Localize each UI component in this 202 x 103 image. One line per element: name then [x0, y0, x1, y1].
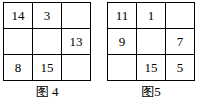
cell-r2c3: 13 [62, 29, 90, 54]
cell-r1c2: 3 [33, 3, 61, 28]
cell-r2c1: 9 [108, 29, 136, 54]
cell-r1c1: 11 [108, 3, 136, 28]
cell-r3c1 [108, 55, 136, 80]
cell-r3c2: 15 [137, 55, 165, 80]
cell-r3c2: 15 [33, 55, 61, 80]
cell-r1c1: 14 [4, 3, 32, 28]
figure5-caption: 图5 [106, 85, 196, 99]
cell-r3c1: 8 [4, 55, 32, 80]
figure5-grid: 11197155 [107, 2, 195, 81]
puzzle-figures-canvas: 14313815 11197155 图 4 图5 [0, 0, 202, 103]
cell-r2c2 [137, 29, 165, 54]
cell-r3c3 [62, 55, 90, 80]
cell-r1c2: 1 [137, 3, 165, 28]
cell-r2c3: 7 [166, 29, 194, 54]
cell-r2c2 [33, 29, 61, 54]
cell-r1c3 [166, 3, 194, 28]
cell-r2c1 [4, 29, 32, 54]
figure4-grid: 14313815 [3, 2, 91, 81]
cell-r1c3 [62, 3, 90, 28]
cell-r3c3: 5 [166, 55, 194, 80]
figure4-caption: 图 4 [2, 85, 92, 99]
